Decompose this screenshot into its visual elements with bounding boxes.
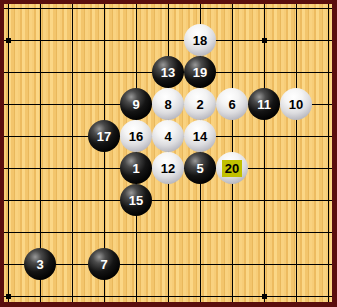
stone-black-19: 19 (184, 56, 216, 88)
stone-number: 6 (228, 98, 235, 111)
stone-number: 7 (100, 258, 107, 271)
stone-black-15: 15 (120, 184, 152, 216)
stone-black-11: 11 (248, 88, 280, 120)
stone-white-18: 18 (184, 24, 216, 56)
stone-number: 12 (161, 162, 175, 175)
stone-white-4: 4 (152, 120, 184, 152)
board-frame: 1234567891011121314151617181920 (0, 0, 337, 307)
stone-white-10: 10 (280, 88, 312, 120)
stone-number: 14 (193, 130, 207, 143)
stone-number: 2 (196, 98, 203, 111)
stone-white-20: 20 (216, 152, 248, 184)
stone-number: 9 (132, 98, 139, 111)
stone-black-9: 9 (120, 88, 152, 120)
stone-white-8: 8 (152, 88, 184, 120)
stone-black-13: 13 (152, 56, 184, 88)
stone-number: 13 (161, 66, 175, 79)
stone-number: 16 (129, 130, 143, 143)
stone-number: 4 (164, 130, 171, 143)
stone-number: 5 (196, 162, 203, 175)
stone-black-7: 7 (88, 248, 120, 280)
go-board[interactable]: 1234567891011121314151617181920 (4, 4, 332, 302)
stone-black-1: 1 (120, 152, 152, 184)
stone-black-17: 17 (88, 120, 120, 152)
stone-number: 10 (289, 98, 303, 111)
stone-white-14: 14 (184, 120, 216, 152)
stone-number: 8 (164, 98, 171, 111)
stone-number: 19 (193, 66, 207, 79)
stone-white-16: 16 (120, 120, 152, 152)
stone-number: 17 (97, 130, 111, 143)
stones-layer: 1234567891011121314151617181920 (4, 4, 332, 302)
stone-number: 20 (222, 160, 242, 177)
stone-number: 18 (193, 34, 207, 47)
stone-white-12: 12 (152, 152, 184, 184)
stone-white-2: 2 (184, 88, 216, 120)
stone-white-6: 6 (216, 88, 248, 120)
stone-number: 1 (132, 162, 139, 175)
stone-number: 15 (129, 194, 143, 207)
stone-black-3: 3 (24, 248, 56, 280)
stone-number: 3 (36, 258, 43, 271)
stone-black-5: 5 (184, 152, 216, 184)
stone-number: 11 (257, 98, 271, 111)
